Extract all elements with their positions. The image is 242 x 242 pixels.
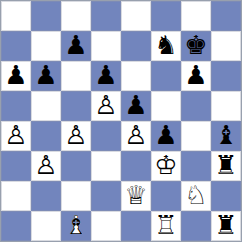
black-knight-icon: ♞ [151, 31, 181, 61]
white-king-icon: ♔ [151, 151, 181, 181]
black-king-icon: ♚ [181, 31, 211, 61]
piece-white-king: ♚♔ [151, 151, 181, 181]
black-bishop-icon: ♝ [211, 121, 241, 151]
square-h5[interactable] [211, 91, 241, 121]
piece-white-pawn: ♟♙ [121, 121, 151, 151]
square-h6[interactable] [211, 61, 241, 91]
piece-black-pawn: ♟ [61, 31, 91, 61]
square-f8[interactable] [151, 1, 181, 31]
white-pawn-icon: ♙ [31, 151, 61, 181]
piece-black-rook: ♜ [211, 151, 241, 181]
square-d7[interactable] [91, 31, 121, 61]
black-pawn-icon: ♟ [1, 61, 31, 91]
piece-white-pawn: ♟♙ [1, 121, 31, 151]
square-a2[interactable] [1, 181, 31, 211]
piece-black-pawn: ♟ [31, 61, 61, 91]
square-d8[interactable] [91, 1, 121, 31]
square-b7[interactable] [31, 31, 61, 61]
piece-white-pawn: ♟♙ [91, 91, 121, 121]
square-e2[interactable]: ♛♕ [121, 181, 151, 211]
square-e3[interactable] [121, 151, 151, 181]
square-c6[interactable] [61, 61, 91, 91]
black-pawn-icon: ♟ [61, 31, 91, 61]
square-c3[interactable] [61, 151, 91, 181]
white-rook-icon: ♖ [151, 211, 181, 241]
chess-board: ♟♞♚♟♟♟♟♟♙♟♟♙♟♙♟♙♟♝♟♙♚♔♜♛♕♞♘♝♗♜♖♜ [0, 0, 242, 242]
square-e5[interactable]: ♟ [121, 91, 151, 121]
square-c4[interactable]: ♟♙ [61, 121, 91, 151]
square-b8[interactable] [31, 1, 61, 31]
white-pawn-icon: ♙ [1, 121, 31, 151]
square-b5[interactable] [31, 91, 61, 121]
black-pawn-icon: ♟ [91, 61, 121, 91]
square-h2[interactable] [211, 181, 241, 211]
piece-white-pawn: ♟♙ [61, 121, 91, 151]
piece-black-pawn: ♟ [181, 61, 211, 91]
white-knight-icon: ♘ [181, 181, 211, 211]
square-d2[interactable] [91, 181, 121, 211]
square-e1[interactable] [121, 211, 151, 241]
square-a7[interactable] [1, 31, 31, 61]
piece-white-queen: ♛♕ [121, 181, 151, 211]
square-b3[interactable]: ♟♙ [31, 151, 61, 181]
white-pawn-icon: ♙ [121, 121, 151, 151]
square-f6[interactable] [151, 61, 181, 91]
square-c7[interactable]: ♟ [61, 31, 91, 61]
white-pawn-icon: ♙ [91, 91, 121, 121]
square-a5[interactable] [1, 91, 31, 121]
square-a4[interactable]: ♟♙ [1, 121, 31, 151]
square-g7[interactable]: ♚ [181, 31, 211, 61]
black-rook-icon: ♜ [211, 211, 241, 241]
piece-black-pawn: ♟ [121, 91, 151, 121]
square-g6[interactable]: ♟ [181, 61, 211, 91]
piece-white-knight: ♞♘ [181, 181, 211, 211]
square-e8[interactable] [121, 1, 151, 31]
piece-black-pawn: ♟ [1, 61, 31, 91]
square-a1[interactable] [1, 211, 31, 241]
square-a8[interactable] [1, 1, 31, 31]
square-d1[interactable] [91, 211, 121, 241]
square-e6[interactable] [121, 61, 151, 91]
square-c8[interactable] [61, 1, 91, 31]
square-h7[interactable] [211, 31, 241, 61]
square-b4[interactable] [31, 121, 61, 151]
piece-black-pawn: ♟ [151, 121, 181, 151]
square-d4[interactable] [91, 121, 121, 151]
piece-black-bishop: ♝ [211, 121, 241, 151]
piece-white-rook: ♜♖ [151, 211, 181, 241]
square-g8[interactable] [181, 1, 211, 31]
square-h1[interactable]: ♜ [211, 211, 241, 241]
square-f3[interactable]: ♚♔ [151, 151, 181, 181]
square-g1[interactable] [181, 211, 211, 241]
square-h3[interactable]: ♜ [211, 151, 241, 181]
square-g3[interactable] [181, 151, 211, 181]
white-bishop-icon: ♗ [61, 211, 91, 241]
square-f2[interactable] [151, 181, 181, 211]
chess-board-container: ♟♞♚♟♟♟♟♟♙♟♟♙♟♙♟♙♟♝♟♙♚♔♜♛♕♞♘♝♗♜♖♜ [0, 0, 242, 242]
piece-white-pawn: ♟♙ [31, 151, 61, 181]
black-rook-icon: ♜ [211, 151, 241, 181]
square-g4[interactable] [181, 121, 211, 151]
square-c1[interactable]: ♝♗ [61, 211, 91, 241]
piece-white-bishop: ♝♗ [61, 211, 91, 241]
square-f7[interactable]: ♞ [151, 31, 181, 61]
square-a3[interactable] [1, 151, 31, 181]
square-e4[interactable]: ♟♙ [121, 121, 151, 151]
black-pawn-icon: ♟ [181, 61, 211, 91]
piece-black-pawn: ♟ [91, 61, 121, 91]
white-pawn-icon: ♙ [61, 121, 91, 151]
square-f1[interactable]: ♜♖ [151, 211, 181, 241]
square-h8[interactable] [211, 1, 241, 31]
black-pawn-icon: ♟ [121, 91, 151, 121]
square-b2[interactable] [31, 181, 61, 211]
square-h4[interactable]: ♝ [211, 121, 241, 151]
square-g2[interactable]: ♞♘ [181, 181, 211, 211]
piece-black-king: ♚ [181, 31, 211, 61]
black-pawn-icon: ♟ [151, 121, 181, 151]
piece-black-rook: ♜ [211, 211, 241, 241]
square-d6[interactable]: ♟ [91, 61, 121, 91]
square-c2[interactable] [61, 181, 91, 211]
white-queen-icon: ♕ [121, 181, 151, 211]
square-b1[interactable] [31, 211, 61, 241]
square-d3[interactable] [91, 151, 121, 181]
square-e7[interactable] [121, 31, 151, 61]
square-f5[interactable] [151, 91, 181, 121]
square-b6[interactable]: ♟ [31, 61, 61, 91]
piece-black-knight: ♞ [151, 31, 181, 61]
black-pawn-icon: ♟ [31, 61, 61, 91]
square-c5[interactable] [61, 91, 91, 121]
square-g5[interactable] [181, 91, 211, 121]
square-a6[interactable]: ♟ [1, 61, 31, 91]
square-d5[interactable]: ♟♙ [91, 91, 121, 121]
square-f4[interactable]: ♟ [151, 121, 181, 151]
